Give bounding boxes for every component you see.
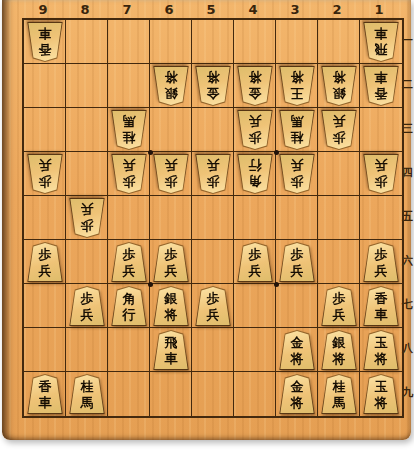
board-cell[interactable]: 歩兵 <box>192 284 234 328</box>
board-cell[interactable]: 銀将 <box>318 64 360 108</box>
koma-body: 歩兵 <box>363 242 399 282</box>
board-cell[interactable] <box>108 64 150 108</box>
koma-pawn-sente[interactable]: 歩兵 <box>321 286 357 326</box>
koma-kanji: 馬 <box>123 113 136 129</box>
board-cell[interactable] <box>66 64 108 108</box>
koma-kanji: 角 <box>123 291 136 307</box>
koma-kanji: 歩 <box>375 247 388 263</box>
koma-face: 歩兵 <box>238 243 272 281</box>
koma-face: 角行 <box>112 287 146 325</box>
board-cell[interactable] <box>192 372 234 416</box>
koma-body: 桂馬 <box>69 374 105 414</box>
board-cell[interactable] <box>360 108 402 152</box>
koma-gold-sente[interactable]: 金将 <box>279 330 315 370</box>
koma-face: 歩兵 <box>280 243 314 281</box>
koma-lance-sente[interactable]: 香車 <box>363 286 399 326</box>
koma-kanji: 将 <box>375 395 388 411</box>
koma-kanji: 兵 <box>333 307 346 323</box>
koma-kanji: 歩 <box>291 173 304 189</box>
koma-kanji: 歩 <box>207 291 220 307</box>
koma-kanji: 将 <box>291 351 304 367</box>
koma-pawn-gote[interactable]: 歩兵 <box>279 154 315 194</box>
file-label: 3 <box>274 0 316 19</box>
koma-kanji: 歩 <box>333 129 346 145</box>
koma-kanji: 車 <box>165 351 178 367</box>
board-cell[interactable] <box>108 20 150 64</box>
koma-body: 歩兵 <box>237 110 273 150</box>
koma-kanji: 兵 <box>123 263 136 279</box>
koma-kanji: 桂 <box>291 129 304 145</box>
koma-lance-gote[interactable]: 香車 <box>27 22 63 62</box>
koma-kanji: 香 <box>39 379 52 395</box>
koma-bishop-sente[interactable]: 角行 <box>111 286 147 326</box>
koma-kanji: 歩 <box>123 247 136 263</box>
koma-face: 歩兵 <box>154 243 188 281</box>
koma-face: 歩兵 <box>70 199 104 237</box>
koma-body: 銀将 <box>153 286 189 326</box>
koma-kanji: 銀 <box>333 85 346 101</box>
koma-face: 王将 <box>280 67 314 105</box>
koma-kanji: 歩 <box>81 217 94 233</box>
board-cell[interactable]: 角行 <box>108 284 150 328</box>
board-cell[interactable]: 桂馬 <box>108 108 150 152</box>
koma-face: 歩兵 <box>28 243 62 281</box>
koma-pawn-gote[interactable]: 歩兵 <box>69 198 105 238</box>
koma-kanji: 兵 <box>81 201 94 217</box>
koma-knight-sente[interactable]: 桂馬 <box>321 374 357 414</box>
koma-kanji: 将 <box>249 69 262 85</box>
board-cell[interactable] <box>66 108 108 152</box>
koma-pawn-gote[interactable]: 歩兵 <box>153 154 189 194</box>
board-cell[interactable] <box>318 196 360 240</box>
board-cell[interactable]: 飛車 <box>360 20 402 64</box>
koma-pawn-gote[interactable]: 歩兵 <box>363 154 399 194</box>
koma-body: 金将 <box>279 374 315 414</box>
shogi-board: 987654321 一二三四五六七八九 香車飛車銀将金将金将王将銀将香車桂馬歩兵… <box>2 0 411 440</box>
koma-kanji: 歩 <box>165 173 178 189</box>
board-cell[interactable] <box>276 284 318 328</box>
koma-body: 銀将 <box>321 66 357 106</box>
koma-pawn-gote[interactable]: 歩兵 <box>321 110 357 150</box>
koma-face: 歩兵 <box>364 155 398 193</box>
board-cell[interactable]: 香車 <box>24 20 66 64</box>
board-cell[interactable] <box>24 196 66 240</box>
koma-body: 玉将 <box>363 330 399 370</box>
koma-pawn-sente[interactable]: 歩兵 <box>279 242 315 282</box>
file-labels: 987654321 <box>22 0 400 18</box>
koma-face: 歩兵 <box>238 111 272 149</box>
koma-body: 歩兵 <box>237 242 273 282</box>
board-cell[interactable]: 金将 <box>276 328 318 372</box>
board-cell[interactable] <box>24 328 66 372</box>
board-cell[interactable]: 桂馬 <box>276 108 318 152</box>
file-label: 7 <box>106 0 148 19</box>
koma-body: 金将 <box>279 330 315 370</box>
koma-kanji: 車 <box>39 25 52 41</box>
board-cell[interactable] <box>276 196 318 240</box>
board-cell[interactable]: 歩兵 <box>66 196 108 240</box>
koma-face: 歩兵 <box>196 155 230 193</box>
koma-kanji: 歩 <box>207 173 220 189</box>
board-cell[interactable] <box>318 152 360 196</box>
koma-face: 歩兵 <box>196 287 230 325</box>
koma-gold-gote[interactable]: 金将 <box>237 66 273 106</box>
koma-kanji: 兵 <box>291 157 304 173</box>
koma-face: 金将 <box>238 67 272 105</box>
board-cell[interactable] <box>108 328 150 372</box>
file-label: 4 <box>232 0 274 19</box>
board-cell[interactable]: 桂馬 <box>318 372 360 416</box>
koma-body: 金将 <box>237 66 273 106</box>
board-cell[interactable]: 歩兵 <box>150 240 192 284</box>
koma-body: 香車 <box>363 66 399 106</box>
koma-bishop-gote[interactable]: 角行 <box>237 154 273 194</box>
board-cell[interactable]: 歩兵 <box>318 108 360 152</box>
koma-face: 飛車 <box>364 23 398 61</box>
hoshi-dot <box>148 150 153 155</box>
koma-face: 桂馬 <box>322 375 356 413</box>
koma-face: 歩兵 <box>28 155 62 193</box>
koma-face: 角行 <box>238 155 272 193</box>
koma-face: 香車 <box>364 67 398 105</box>
koma-kanji: 将 <box>291 395 304 411</box>
board-cell[interactable]: 金将 <box>234 64 276 108</box>
koma-body: 金将 <box>195 66 231 106</box>
koma-kanji: 兵 <box>249 263 262 279</box>
koma-face: 金将 <box>196 67 230 105</box>
board-cell[interactable] <box>234 196 276 240</box>
board-cell[interactable] <box>108 196 150 240</box>
koma-body: 桂馬 <box>279 110 315 150</box>
koma-pawn-gote[interactable]: 歩兵 <box>237 110 273 150</box>
board-cell[interactable]: 金将 <box>276 372 318 416</box>
board-cell[interactable]: 歩兵 <box>24 152 66 196</box>
board-cell[interactable]: 歩兵 <box>360 240 402 284</box>
board-cell[interactable] <box>24 64 66 108</box>
board-cell[interactable] <box>318 240 360 284</box>
koma-face: 銀将 <box>154 287 188 325</box>
board-cell[interactable]: 歩兵 <box>108 152 150 196</box>
page: 987654321 一二三四五六七八九 香車飛車銀将金将金将王将銀将香車桂馬歩兵… <box>0 0 414 450</box>
koma-kanji: 兵 <box>207 157 220 173</box>
board-cell[interactable] <box>234 328 276 372</box>
koma-kanji: 歩 <box>291 247 304 263</box>
koma-kanji: 将 <box>165 69 178 85</box>
board-cell[interactable] <box>234 284 276 328</box>
koma-body: 香車 <box>27 374 63 414</box>
koma-body: 歩兵 <box>111 154 147 194</box>
koma-face: 桂馬 <box>280 111 314 149</box>
koma-face: 玉将 <box>364 375 398 413</box>
koma-pawn-sente[interactable]: 歩兵 <box>363 242 399 282</box>
koma-kanji: 将 <box>333 351 346 367</box>
koma-kanji: 兵 <box>249 113 262 129</box>
board-cell[interactable]: 銀将 <box>150 64 192 108</box>
koma-kanji: 歩 <box>81 291 94 307</box>
koma-pawn-sente[interactable]: 歩兵 <box>237 242 273 282</box>
koma-knight-gote[interactable]: 桂馬 <box>279 110 315 150</box>
koma-body: 歩兵 <box>69 286 105 326</box>
koma-kanji: 香 <box>375 85 388 101</box>
koma-body: 歩兵 <box>279 154 315 194</box>
koma-kanji: 車 <box>375 25 388 41</box>
koma-knight-sente[interactable]: 桂馬 <box>69 374 105 414</box>
koma-kanji: 王 <box>291 85 304 101</box>
koma-body: 角行 <box>111 286 147 326</box>
file-label: 5 <box>190 0 232 19</box>
koma-body: 香車 <box>27 22 63 62</box>
koma-kanji: 金 <box>291 335 304 351</box>
koma-body: 歩兵 <box>153 242 189 282</box>
board-grid: 香車飛車銀将金将金将王将銀将香車桂馬歩兵桂馬歩兵歩兵歩兵歩兵歩兵角行歩兵歩兵歩兵… <box>22 18 404 418</box>
koma-face: 飛車 <box>154 331 188 369</box>
board-cell[interactable] <box>192 108 234 152</box>
board-cell[interactable] <box>66 328 108 372</box>
koma-kanji: 金 <box>249 85 262 101</box>
koma-kanji: 歩 <box>249 129 262 145</box>
board-cell[interactable] <box>192 328 234 372</box>
koma-body: 歩兵 <box>111 242 147 282</box>
koma-face: 香車 <box>28 375 62 413</box>
koma-pawn-gote[interactable]: 歩兵 <box>111 154 147 194</box>
file-label: 1 <box>358 0 400 19</box>
koma-face: 歩兵 <box>112 155 146 193</box>
board-cell[interactable]: 歩兵 <box>66 284 108 328</box>
board-cell[interactable] <box>24 108 66 152</box>
koma-kanji: 桂 <box>333 379 346 395</box>
board-cell[interactable] <box>276 20 318 64</box>
koma-pawn-gote[interactable]: 歩兵 <box>27 154 63 194</box>
koma-kanji: 飛 <box>375 41 388 57</box>
board-cell[interactable] <box>318 20 360 64</box>
koma-kanji: 歩 <box>165 247 178 263</box>
koma-face: 金将 <box>280 375 314 413</box>
koma-kanji: 歩 <box>333 291 346 307</box>
koma-kanji: 香 <box>375 291 388 307</box>
koma-kanji: 兵 <box>207 307 220 323</box>
board-cell[interactable] <box>150 372 192 416</box>
koma-face: 歩兵 <box>322 287 356 325</box>
board-cell[interactable]: 歩兵 <box>108 240 150 284</box>
board-cell[interactable]: 銀将 <box>150 284 192 328</box>
koma-gold-gote[interactable]: 金将 <box>195 66 231 106</box>
koma-face: 歩兵 <box>112 243 146 281</box>
board-cell[interactable] <box>150 108 192 152</box>
koma-body: 歩兵 <box>321 286 357 326</box>
koma-body: 歩兵 <box>195 154 231 194</box>
koma-kanji: 将 <box>333 69 346 85</box>
board-cell[interactable] <box>192 240 234 284</box>
koma-face: 香車 <box>28 23 62 61</box>
koma-kanji: 歩 <box>39 247 52 263</box>
koma-body: 桂馬 <box>321 374 357 414</box>
koma-face: 銀将 <box>154 67 188 105</box>
board-cell[interactable] <box>234 372 276 416</box>
koma-king-sente[interactable]: 玉将 <box>363 330 399 370</box>
board-cell[interactable] <box>66 152 108 196</box>
koma-face: 銀将 <box>322 331 356 369</box>
board-cell[interactable]: 飛車 <box>150 328 192 372</box>
board-cell[interactable] <box>66 240 108 284</box>
koma-kanji: 兵 <box>39 263 52 279</box>
koma-kanji: 将 <box>375 351 388 367</box>
hoshi-dot <box>274 150 279 155</box>
koma-body: 歩兵 <box>27 242 63 282</box>
koma-kanji: 飛 <box>165 335 178 351</box>
koma-kanji: 兵 <box>123 157 136 173</box>
koma-body: 飛車 <box>153 330 189 370</box>
koma-silver-sente[interactable]: 銀将 <box>153 286 189 326</box>
board-cell[interactable] <box>150 196 192 240</box>
board-cell[interactable]: 歩兵 <box>150 152 192 196</box>
koma-kanji: 車 <box>39 395 52 411</box>
koma-body: 歩兵 <box>69 198 105 238</box>
koma-kanji: 兵 <box>375 157 388 173</box>
koma-kanji: 将 <box>165 307 178 323</box>
board-cell[interactable]: 歩兵 <box>234 108 276 152</box>
koma-body: 香車 <box>363 286 399 326</box>
board-cell[interactable] <box>66 20 108 64</box>
koma-kanji: 銀 <box>333 335 346 351</box>
koma-face: 歩兵 <box>70 287 104 325</box>
board-cell[interactable]: 歩兵 <box>24 240 66 284</box>
koma-kanji: 将 <box>207 69 220 85</box>
koma-kanji: 銀 <box>165 85 178 101</box>
board-cell[interactable] <box>108 372 150 416</box>
koma-kanji: 兵 <box>81 307 94 323</box>
board-cell[interactable]: 歩兵 <box>192 152 234 196</box>
koma-pawn-sente[interactable]: 歩兵 <box>195 286 231 326</box>
koma-silver-gote[interactable]: 銀将 <box>153 66 189 106</box>
file-label: 6 <box>148 0 190 19</box>
koma-silver-sente[interactable]: 銀将 <box>321 330 357 370</box>
koma-kanji: 行 <box>249 157 262 173</box>
koma-kanji: 車 <box>375 69 388 85</box>
koma-kanji: 桂 <box>123 129 136 145</box>
koma-body: 歩兵 <box>153 154 189 194</box>
koma-knight-gote[interactable]: 桂馬 <box>111 110 147 150</box>
board-cell[interactable] <box>24 284 66 328</box>
board-cell[interactable]: 歩兵 <box>234 240 276 284</box>
koma-kanji: 兵 <box>165 263 178 279</box>
koma-body: 銀将 <box>321 330 357 370</box>
koma-kanji: 将 <box>291 69 304 85</box>
koma-face: 香車 <box>364 287 398 325</box>
koma-kanji: 兵 <box>333 113 346 129</box>
board-cell[interactable]: 歩兵 <box>276 240 318 284</box>
koma-kanji: 兵 <box>291 263 304 279</box>
koma-kanji: 歩 <box>249 247 262 263</box>
koma-kanji: 香 <box>39 41 52 57</box>
koma-body: 玉将 <box>363 374 399 414</box>
board-cell[interactable] <box>150 20 192 64</box>
koma-kanji: 兵 <box>39 157 52 173</box>
board-cell[interactable]: 香車 <box>360 64 402 108</box>
file-label: 8 <box>64 0 106 19</box>
board-cell[interactable]: 王将 <box>276 64 318 108</box>
koma-kanji: 兵 <box>165 157 178 173</box>
koma-kanji: 玉 <box>375 379 388 395</box>
koma-pawn-sente[interactable]: 歩兵 <box>153 242 189 282</box>
board-cell[interactable]: 桂馬 <box>66 372 108 416</box>
koma-body: 王将 <box>279 66 315 106</box>
koma-face: 歩兵 <box>280 155 314 193</box>
koma-silver-gote[interactable]: 銀将 <box>321 66 357 106</box>
koma-kanji: 歩 <box>375 173 388 189</box>
board-cell[interactable]: 角行 <box>234 152 276 196</box>
koma-kanji: 兵 <box>375 263 388 279</box>
koma-kanji: 金 <box>291 379 304 395</box>
board-cell[interactable]: 香車 <box>24 372 66 416</box>
board-cell[interactable]: 金将 <box>192 64 234 108</box>
koma-kanji: 行 <box>123 307 136 323</box>
koma-body: 歩兵 <box>279 242 315 282</box>
board-cell[interactable]: 香車 <box>360 284 402 328</box>
koma-rook-gote[interactable]: 飛車 <box>363 22 399 62</box>
koma-pawn-sente[interactable]: 歩兵 <box>111 242 147 282</box>
koma-face: 歩兵 <box>364 243 398 281</box>
koma-face: 歩兵 <box>154 155 188 193</box>
koma-pawn-sente[interactable]: 歩兵 <box>69 286 105 326</box>
koma-kanji: 玉 <box>375 335 388 351</box>
board-cell[interactable] <box>192 196 234 240</box>
koma-kanji: 桂 <box>81 379 94 395</box>
koma-face: 銀将 <box>322 67 356 105</box>
koma-face: 金将 <box>280 331 314 369</box>
koma-body: 歩兵 <box>363 154 399 194</box>
koma-body: 飛車 <box>363 22 399 62</box>
board-cell[interactable]: 玉将 <box>360 372 402 416</box>
koma-kanji: 金 <box>207 85 220 101</box>
koma-king-gote[interactable]: 王将 <box>279 66 315 106</box>
koma-lance-sente[interactable]: 香車 <box>27 374 63 414</box>
board-cell[interactable]: 玉将 <box>360 328 402 372</box>
koma-kanji: 馬 <box>291 113 304 129</box>
board-cell[interactable]: 銀将 <box>318 328 360 372</box>
koma-body: 角行 <box>237 154 273 194</box>
koma-kanji: 馬 <box>81 395 94 411</box>
board-cell[interactable]: 歩兵 <box>276 152 318 196</box>
koma-kanji: 馬 <box>333 395 346 411</box>
koma-pawn-sente[interactable]: 歩兵 <box>27 242 63 282</box>
koma-king-sente[interactable]: 玉将 <box>363 374 399 414</box>
board-cell[interactable] <box>360 196 402 240</box>
koma-body: 歩兵 <box>321 110 357 150</box>
koma-kanji: 銀 <box>165 291 178 307</box>
board-cell[interactable] <box>234 20 276 64</box>
koma-face: 桂馬 <box>112 111 146 149</box>
board-cell[interactable]: 歩兵 <box>360 152 402 196</box>
koma-body: 銀将 <box>153 66 189 106</box>
koma-body: 歩兵 <box>195 286 231 326</box>
koma-lance-gote[interactable]: 香車 <box>363 66 399 106</box>
koma-kanji: 角 <box>249 173 262 189</box>
koma-gold-sente[interactable]: 金将 <box>279 374 315 414</box>
koma-body: 歩兵 <box>27 154 63 194</box>
koma-face: 玉将 <box>364 331 398 369</box>
koma-face: 桂馬 <box>70 375 104 413</box>
koma-kanji: 車 <box>375 307 388 323</box>
koma-body: 桂馬 <box>111 110 147 150</box>
board-cell[interactable] <box>192 20 234 64</box>
hoshi-dot <box>274 282 279 287</box>
koma-kanji: 歩 <box>39 173 52 189</box>
file-label: 9 <box>22 0 64 19</box>
koma-rook-sente[interactable]: 飛車 <box>153 330 189 370</box>
file-label: 2 <box>316 0 358 19</box>
board-cell[interactable]: 歩兵 <box>318 284 360 328</box>
koma-pawn-gote[interactable]: 歩兵 <box>195 154 231 194</box>
